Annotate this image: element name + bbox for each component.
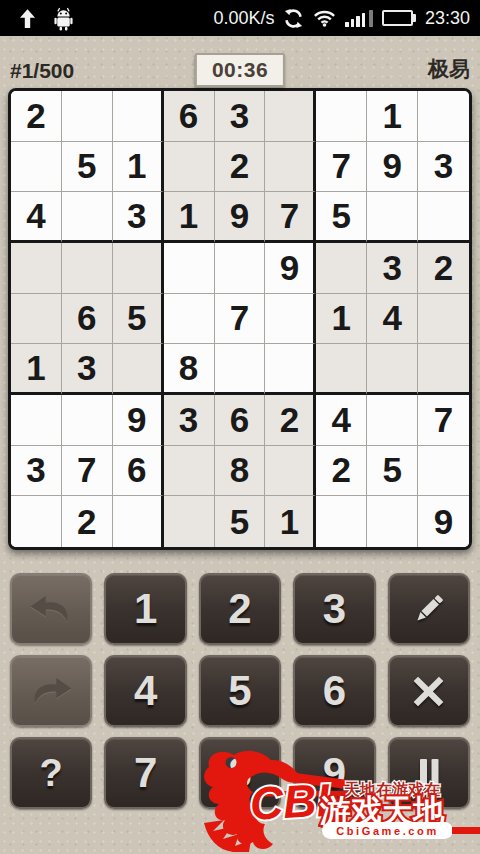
cell-r2c3[interactable]: 1 (113, 142, 164, 193)
cell-r6c4[interactable]: 8 (164, 344, 215, 395)
cell-r9c1[interactable] (11, 496, 62, 547)
sudoku-board: 2631512793431975932657141389362473768252… (8, 88, 472, 550)
cell-r5c8[interactable]: 4 (367, 294, 418, 345)
cell-r7c3[interactable]: 9 (113, 395, 164, 446)
cell-r6c1[interactable]: 1 (11, 344, 62, 395)
cell-r2c2[interactable]: 5 (62, 142, 113, 193)
cell-r5c5[interactable]: 7 (215, 294, 266, 345)
cell-r3c9[interactable] (418, 192, 469, 243)
cell-r1c2[interactable] (62, 91, 113, 142)
cell-r7c6[interactable]: 2 (265, 395, 316, 446)
signal-bars-icon (345, 10, 373, 27)
digit-2-button[interactable]: 2 (199, 573, 281, 645)
cell-r3c7[interactable]: 5 (316, 192, 367, 243)
clear-x-icon (412, 675, 445, 708)
pencil-button[interactable] (388, 573, 470, 645)
cell-r9c2[interactable]: 2 (62, 496, 113, 547)
cell-r1c6[interactable] (265, 91, 316, 142)
cell-r1c8[interactable]: 1 (367, 91, 418, 142)
keypad: 1 2 3 4 5 6 ? 7 8 9 (10, 573, 470, 809)
cell-r4c1[interactable] (11, 243, 62, 294)
site-url: CbiGame.com (336, 825, 439, 837)
cell-r8c9[interactable] (418, 446, 469, 497)
cell-r8c8[interactable]: 5 (367, 446, 418, 497)
cell-r4c8[interactable]: 3 (367, 243, 418, 294)
puzzle-counter: #1/500 (10, 59, 74, 83)
clear-button[interactable] (388, 655, 470, 727)
up-arrow-icon (20, 9, 35, 28)
undo-icon (28, 593, 74, 625)
cell-r5c2[interactable]: 6 (62, 294, 113, 345)
digit-7-button[interactable]: 7 (104, 737, 186, 809)
cell-r8c6[interactable] (265, 446, 316, 497)
cell-r6c2[interactable]: 3 (62, 344, 113, 395)
cell-r6c5[interactable] (215, 344, 266, 395)
cell-r9c9[interactable]: 9 (418, 496, 469, 547)
app-screen: 0.00K/s 23:30 #1/500 (0, 0, 480, 854)
cell-r3c8[interactable] (367, 192, 418, 243)
digit-1-button[interactable]: 1 (104, 573, 186, 645)
wifi-icon (313, 10, 336, 27)
cell-r3c5[interactable]: 9 (215, 192, 266, 243)
cell-r4c7[interactable] (316, 243, 367, 294)
cell-r4c5[interactable] (215, 243, 266, 294)
cell-r2c9[interactable]: 3 (418, 142, 469, 193)
cell-r5c9[interactable] (418, 294, 469, 345)
cell-r2c5[interactable]: 2 (215, 142, 266, 193)
pause-icon (414, 757, 444, 789)
cell-r7c1[interactable] (11, 395, 62, 446)
cell-r8c7[interactable]: 2 (316, 446, 367, 497)
digit-6-button[interactable]: 6 (293, 655, 375, 727)
cell-r6c8[interactable] (367, 344, 418, 395)
network-speed: 0.00K/s (213, 8, 274, 29)
cell-r7c9[interactable]: 7 (418, 395, 469, 446)
status-bar: 0.00K/s 23:30 (0, 0, 480, 36)
cell-r3c4[interactable]: 1 (164, 192, 215, 243)
watermark-dash (452, 827, 480, 834)
cell-r7c5[interactable]: 6 (215, 395, 266, 446)
cell-r8c5[interactable]: 8 (215, 446, 266, 497)
cell-r6c9[interactable] (418, 344, 469, 395)
digit-5-button[interactable]: 5 (199, 655, 281, 727)
cell-r5c7[interactable]: 1 (316, 294, 367, 345)
battery-icon (382, 10, 416, 26)
cell-r9c4[interactable] (164, 496, 215, 547)
cell-r3c6[interactable]: 7 (265, 192, 316, 243)
pencil-icon (412, 592, 446, 626)
digit-8-button[interactable]: 8 (199, 737, 281, 809)
cell-r6c7[interactable] (316, 344, 367, 395)
cell-r8c4[interactable] (164, 446, 215, 497)
digit-3-button[interactable]: 3 (293, 573, 375, 645)
cell-r5c4[interactable] (164, 294, 215, 345)
android-robot-icon (51, 6, 76, 31)
cell-r7c4[interactable]: 3 (164, 395, 215, 446)
cell-r6c3[interactable] (113, 344, 164, 395)
cell-r7c8[interactable] (367, 395, 418, 446)
cell-r3c1[interactable]: 4 (11, 192, 62, 243)
cell-r4c6[interactable]: 9 (265, 243, 316, 294)
cell-r2c4[interactable] (164, 142, 215, 193)
cell-r8c2[interactable]: 7 (62, 446, 113, 497)
cell-r4c9[interactable]: 2 (418, 243, 469, 294)
clock: 23:30 (425, 8, 470, 29)
cell-r1c9[interactable] (418, 91, 469, 142)
cell-r4c3[interactable] (113, 243, 164, 294)
cell-r9c8[interactable] (367, 496, 418, 547)
cell-r3c2[interactable] (62, 192, 113, 243)
cell-r4c4[interactable] (164, 243, 215, 294)
cell-r2c1[interactable] (11, 142, 62, 193)
cell-r2c8[interactable]: 9 (367, 142, 418, 193)
cell-r8c1[interactable]: 3 (11, 446, 62, 497)
cell-r7c2[interactable] (62, 395, 113, 446)
redo-button[interactable] (10, 655, 92, 727)
cell-r9c6[interactable]: 1 (265, 496, 316, 547)
digit-4-button[interactable]: 4 (104, 655, 186, 727)
game-header: #1/500 00:36 极易 (0, 36, 480, 88)
cell-r5c6[interactable] (265, 294, 316, 345)
cell-r9c7[interactable] (316, 496, 367, 547)
cell-r4c2[interactable] (62, 243, 113, 294)
cell-r2c7[interactable]: 7 (316, 142, 367, 193)
cell-r1c3[interactable] (113, 91, 164, 142)
pause-button[interactable] (388, 737, 470, 809)
cell-r6c6[interactable] (265, 344, 316, 395)
difficulty-label: 极易 (428, 55, 470, 83)
cell-r5c3[interactable]: 5 (113, 294, 164, 345)
sync-icon (283, 8, 304, 29)
cell-r1c4[interactable]: 6 (164, 91, 215, 142)
timer[interactable]: 00:36 (195, 53, 285, 87)
help-button[interactable]: ? (10, 737, 92, 809)
cell-r8c3[interactable]: 6 (113, 446, 164, 497)
site-pill: CbiGame.com (322, 822, 453, 839)
cell-r9c3[interactable] (113, 496, 164, 547)
cell-r1c5[interactable]: 3 (215, 91, 266, 142)
redo-icon (28, 675, 74, 707)
cell-r1c7[interactable] (316, 91, 367, 142)
cell-r5c1[interactable] (11, 294, 62, 345)
cell-r1c1[interactable]: 2 (11, 91, 62, 142)
cell-r2c6[interactable] (265, 142, 316, 193)
cell-r7c7[interactable]: 4 (316, 395, 367, 446)
cell-r9c5[interactable]: 5 (215, 496, 266, 547)
undo-button[interactable] (10, 573, 92, 645)
cell-r3c3[interactable]: 3 (113, 192, 164, 243)
digit-9-button[interactable]: 9 (293, 737, 375, 809)
